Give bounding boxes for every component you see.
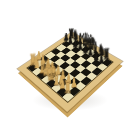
piece-black-pawn: ♟ <box>68 38 83 51</box>
square-c8: ♝ <box>76 43 86 50</box>
product-photo[interactable]: ♜♞♝♛♚♝♞♜♟♟♟♟♟♟♟♟♟♟♟♟♟♟♟♟♜♞♝♛♚♝♞♜ <box>0 0 140 140</box>
square-b5 <box>56 51 66 58</box>
square-a8: ♜ <box>67 37 76 43</box>
square-a7: ♟ <box>62 41 72 47</box>
piece-black-pawn: ♟ <box>59 32 73 44</box>
square-b6 <box>61 47 71 54</box>
square-b7: ♟ <box>66 44 76 51</box>
piece-black-rook: ♜ <box>64 27 78 42</box>
square-c6 <box>66 50 76 57</box>
square-d7: ♟ <box>76 50 86 57</box>
square-c5 <box>60 54 70 61</box>
square-e6 <box>75 57 85 65</box>
square-d6 <box>70 53 80 60</box>
piece-black-queen: ♛ <box>78 30 93 50</box>
square-c7: ♟ <box>71 47 81 54</box>
piece-white-rook: ♜ <box>59 79 77 98</box>
piece-black-pawn: ♟ <box>94 54 110 68</box>
piece-black-pawn: ♟ <box>63 35 78 48</box>
piece-black-pawn: ♟ <box>73 41 88 54</box>
square-a6 <box>56 44 66 51</box>
square-h1: ♜ <box>62 91 74 101</box>
square-a5 <box>51 48 61 55</box>
square-b8: ♞ <box>71 40 81 46</box>
piece-black-knight: ♞ <box>69 28 83 44</box>
piece-black-bishop: ♝ <box>73 30 88 47</box>
chess-set-scene: ♜♞♝♛♚♝♞♜♟♟♟♟♟♟♟♟♟♟♟♟♟♟♟♟♜♞♝♛♚♝♞♜ <box>33 25 107 104</box>
perspective-wrapper: ♜♞♝♛♚♝♞♜♟♟♟♟♟♟♟♟♟♟♟♟♟♟♟♟♜♞♝♛♚♝♞♜ <box>33 25 107 104</box>
square-d5 <box>65 57 75 65</box>
